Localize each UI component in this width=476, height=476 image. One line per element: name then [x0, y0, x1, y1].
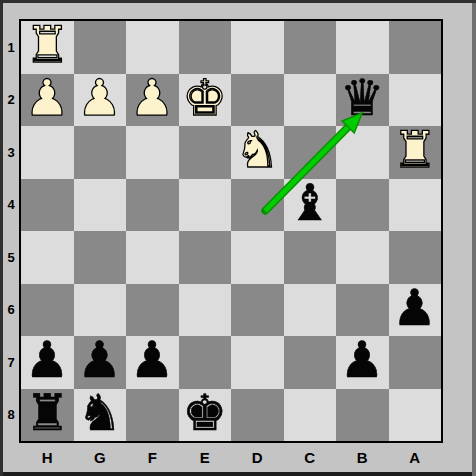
square-a1[interactable]	[389, 21, 442, 74]
piece-white-rook[interactable]: ♜	[25, 19, 70, 72]
file-label-A: A	[389, 445, 442, 469]
square-f2[interactable]: ♟	[126, 74, 179, 127]
square-f7[interactable]: ♟	[126, 336, 179, 389]
square-e6[interactable]	[179, 284, 232, 337]
square-e1[interactable]	[179, 21, 232, 74]
square-g8[interactable]: ♞	[74, 389, 127, 442]
file-label-F: F	[126, 445, 179, 469]
square-b7[interactable]: ♟	[336, 336, 389, 389]
square-a3[interactable]: ♜	[389, 126, 442, 179]
square-g6[interactable]	[74, 284, 127, 337]
piece-white-pawn[interactable]: ♟	[130, 72, 175, 125]
rank-label-2: 2	[3, 74, 19, 127]
square-e5[interactable]	[179, 231, 232, 284]
square-f8[interactable]	[126, 389, 179, 442]
piece-black-queen[interactable]: ♛	[340, 72, 385, 125]
square-c8[interactable]	[284, 389, 337, 442]
square-h3[interactable]	[21, 126, 74, 179]
chessboard-frame: 12345678 HGFEDCBA ♜♟♟♟♚♛♞♜♝♟♟♟♟♟♜♞♚	[0, 0, 476, 476]
square-g4[interactable]	[74, 179, 127, 232]
square-c2[interactable]	[284, 74, 337, 127]
square-c1[interactable]	[284, 21, 337, 74]
square-f1[interactable]	[126, 21, 179, 74]
square-a2[interactable]	[389, 74, 442, 127]
square-h8[interactable]: ♜	[21, 389, 74, 442]
file-label-C: C	[284, 445, 337, 469]
rank-label-7: 7	[3, 336, 19, 389]
square-h6[interactable]	[21, 284, 74, 337]
square-a8[interactable]	[389, 389, 442, 442]
square-c6[interactable]	[284, 284, 337, 337]
piece-black-pawn[interactable]: ♟	[340, 334, 385, 387]
square-e8[interactable]: ♚	[179, 389, 232, 442]
file-label-D: D	[231, 445, 284, 469]
file-label-E: E	[179, 445, 232, 469]
piece-white-pawn[interactable]: ♟	[25, 72, 70, 125]
piece-white-king[interactable]: ♚	[182, 72, 227, 125]
square-f5[interactable]	[126, 231, 179, 284]
square-b3[interactable]	[336, 126, 389, 179]
square-f6[interactable]	[126, 284, 179, 337]
square-c5[interactable]	[284, 231, 337, 284]
piece-white-knight[interactable]: ♞	[235, 124, 280, 177]
rank-label-4: 4	[3, 179, 19, 232]
piece-black-pawn[interactable]: ♟	[130, 334, 175, 387]
square-a6[interactable]: ♟	[389, 284, 442, 337]
piece-white-rook[interactable]: ♜	[392, 124, 437, 177]
square-a4[interactable]	[389, 179, 442, 232]
square-a5[interactable]	[389, 231, 442, 284]
rank-label-3: 3	[3, 126, 19, 179]
square-b6[interactable]	[336, 284, 389, 337]
piece-black-pawn[interactable]: ♟	[77, 334, 122, 387]
square-e7[interactable]	[179, 336, 232, 389]
file-label-G: G	[74, 445, 127, 469]
piece-black-king[interactable]: ♚	[182, 387, 227, 440]
piece-black-pawn[interactable]: ♟	[25, 334, 70, 387]
piece-black-rook[interactable]: ♜	[25, 387, 70, 440]
square-g1[interactable]	[74, 21, 127, 74]
chess-board: ♜♟♟♟♚♛♞♜♝♟♟♟♟♟♜♞♚	[19, 19, 443, 443]
square-b4[interactable]	[336, 179, 389, 232]
square-a7[interactable]	[389, 336, 442, 389]
square-g5[interactable]	[74, 231, 127, 284]
piece-black-knight[interactable]: ♞	[77, 387, 122, 440]
square-h2[interactable]: ♟	[21, 74, 74, 127]
piece-black-bishop[interactable]: ♝	[287, 177, 332, 230]
square-d4[interactable]	[231, 179, 284, 232]
square-h5[interactable]	[21, 231, 74, 284]
square-c7[interactable]	[284, 336, 337, 389]
square-c3[interactable]	[284, 126, 337, 179]
square-g3[interactable]	[74, 126, 127, 179]
square-c4[interactable]: ♝	[284, 179, 337, 232]
square-h4[interactable]	[21, 179, 74, 232]
square-d6[interactable]	[231, 284, 284, 337]
square-d7[interactable]	[231, 336, 284, 389]
square-f4[interactable]	[126, 179, 179, 232]
rank-label-6: 6	[3, 284, 19, 337]
square-b1[interactable]	[336, 21, 389, 74]
file-label-H: H	[21, 445, 74, 469]
square-g7[interactable]: ♟	[74, 336, 127, 389]
square-d5[interactable]	[231, 231, 284, 284]
square-h1[interactable]: ♜	[21, 21, 74, 74]
square-h7[interactable]: ♟	[21, 336, 74, 389]
square-b8[interactable]	[336, 389, 389, 442]
square-d2[interactable]	[231, 74, 284, 127]
file-label-B: B	[336, 445, 389, 469]
rank-label-8: 8	[3, 389, 19, 442]
rank-label-5: 5	[3, 231, 19, 284]
square-d3[interactable]: ♞	[231, 126, 284, 179]
square-f3[interactable]	[126, 126, 179, 179]
square-b2[interactable]: ♛	[336, 74, 389, 127]
square-b5[interactable]	[336, 231, 389, 284]
rank-label-1: 1	[3, 21, 19, 74]
square-e2[interactable]: ♚	[179, 74, 232, 127]
square-e4[interactable]	[179, 179, 232, 232]
square-e3[interactable]	[179, 126, 232, 179]
square-d8[interactable]	[231, 389, 284, 442]
piece-white-pawn[interactable]: ♟	[77, 72, 122, 125]
piece-black-pawn[interactable]: ♟	[392, 282, 437, 335]
square-g2[interactable]: ♟	[74, 74, 127, 127]
square-d1[interactable]	[231, 21, 284, 74]
